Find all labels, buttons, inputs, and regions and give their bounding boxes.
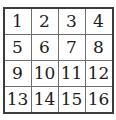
grid-cell-r1c1: 1: [5, 9, 31, 34]
grid-cell-r3c3: 11: [59, 61, 85, 86]
number-grid-board: 12345678910111213141516: [3, 7, 114, 114]
grid-cell-r1c3: 3: [59, 9, 85, 34]
grid-cell-r3c2: 10: [32, 61, 58, 86]
grid-cell-r2c2: 6: [32, 35, 58, 60]
grid-cell-r3c4: 12: [86, 61, 112, 86]
grid-cell-r1c2: 2: [32, 9, 58, 34]
grid-cell-r4c4: 16: [86, 87, 112, 112]
grid-cell-r2c4: 8: [86, 35, 112, 60]
grid-cell-r2c1: 5: [5, 35, 31, 60]
grid-cell-r3c1: 9: [5, 61, 31, 86]
grid-cell-r4c1: 13: [5, 87, 31, 112]
grid-cell-r1c4: 4: [86, 9, 112, 34]
grid-cell-r2c3: 7: [59, 35, 85, 60]
grid-cell-r4c3: 15: [59, 87, 85, 112]
grid-cell-r4c2: 14: [32, 87, 58, 112]
